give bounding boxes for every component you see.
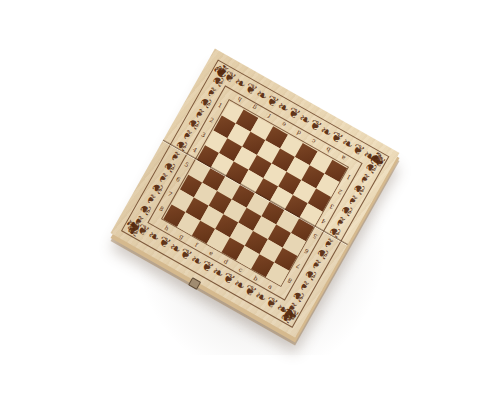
product-photo-scene: ❧❦❧❦❧❦❧❦❧❦❧❦❧❦❧❦❧❦❧❦❧❦❧❦❧❦❧❦ ❧❦❧❦❧❦❧❦❧❦❧… bbox=[0, 0, 500, 400]
